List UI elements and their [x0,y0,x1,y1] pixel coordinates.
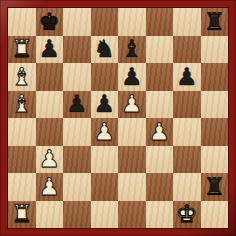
piece-black-knight[interactable]: ♞ [91,36,119,64]
square-c1[interactable] [63,201,91,229]
piece-white-rook[interactable]: ♜ [8,201,36,229]
piece-black-pawn[interactable]: ♟ [36,36,64,64]
square-h2[interactable]: ♜ [201,173,229,201]
square-d8[interactable] [91,8,119,36]
piece-black-pawn[interactable]: ♟ [91,91,119,119]
square-e8[interactable] [118,8,146,36]
square-h4[interactable] [201,118,229,146]
square-f2[interactable] [146,173,174,201]
square-c7[interactable] [63,36,91,64]
square-b1[interactable] [36,201,64,229]
square-e7[interactable]: ♝ [118,36,146,64]
square-g5[interactable] [173,91,201,119]
piece-black-pawn[interactable]: ♟ [118,63,146,91]
square-b8[interactable]: ♚ [36,8,64,36]
square-b4[interactable] [36,118,64,146]
square-d2[interactable] [91,173,119,201]
square-f5[interactable] [146,91,174,119]
piece-white-bishop[interactable]: ♝ [8,63,36,91]
piece-white-pawn[interactable]: ♟ [36,146,64,174]
square-f8[interactable] [146,8,174,36]
square-d6[interactable] [91,63,119,91]
board-frame: ♚♜♜♟♞♝♝♟♟♝♟♟♟♟♟♟♟♜♜♚ [0,0,236,236]
square-a5[interactable]: ♝ [8,91,36,119]
square-a4[interactable] [8,118,36,146]
square-b7[interactable]: ♟ [36,36,64,64]
square-b2[interactable]: ♟ [36,173,64,201]
square-g4[interactable] [173,118,201,146]
square-e5[interactable]: ♟ [118,91,146,119]
square-a7[interactable]: ♜ [8,36,36,64]
square-h7[interactable] [201,36,229,64]
square-e3[interactable] [118,146,146,174]
square-g1[interactable]: ♚ [173,201,201,229]
square-d1[interactable] [91,201,119,229]
square-d7[interactable]: ♞ [91,36,119,64]
square-c2[interactable] [63,173,91,201]
square-a8[interactable] [8,8,36,36]
piece-white-king[interactable]: ♚ [173,201,201,229]
piece-black-rook[interactable]: ♜ [201,8,229,36]
piece-white-pawn[interactable]: ♟ [36,173,64,201]
piece-black-bishop[interactable]: ♝ [118,36,146,64]
square-g6[interactable]: ♟ [173,63,201,91]
square-h5[interactable] [201,91,229,119]
piece-black-pawn[interactable]: ♟ [63,91,91,119]
piece-white-rook[interactable]: ♜ [8,36,36,64]
square-d3[interactable] [91,146,119,174]
chess-board: ♚♜♜♟♞♝♝♟♟♝♟♟♟♟♟♟♟♜♜♚ [8,8,228,228]
square-g3[interactable] [173,146,201,174]
piece-black-king[interactable]: ♚ [36,8,64,36]
square-b3[interactable]: ♟ [36,146,64,174]
square-e6[interactable]: ♟ [118,63,146,91]
square-b5[interactable] [36,91,64,119]
square-f1[interactable] [146,201,174,229]
square-f6[interactable] [146,63,174,91]
square-f4[interactable]: ♟ [146,118,174,146]
square-a6[interactable]: ♝ [8,63,36,91]
square-h3[interactable] [201,146,229,174]
piece-black-rook[interactable]: ♜ [201,173,229,201]
square-b6[interactable] [36,63,64,91]
square-c4[interactable] [63,118,91,146]
square-c3[interactable] [63,146,91,174]
square-a2[interactable] [8,173,36,201]
piece-black-pawn[interactable]: ♟ [173,63,201,91]
piece-white-bishop[interactable]: ♝ [8,91,36,119]
square-g8[interactable] [173,8,201,36]
square-e1[interactable] [118,201,146,229]
square-g7[interactable] [173,36,201,64]
square-d5[interactable]: ♟ [91,91,119,119]
square-d4[interactable]: ♟ [91,118,119,146]
square-c8[interactable] [63,8,91,36]
square-h6[interactable] [201,63,229,91]
piece-white-pawn[interactable]: ♟ [118,91,146,119]
square-e2[interactable] [118,173,146,201]
square-c6[interactable] [63,63,91,91]
square-c5[interactable]: ♟ [63,91,91,119]
square-f7[interactable] [146,36,174,64]
square-f3[interactable] [146,146,174,174]
square-a3[interactable] [8,146,36,174]
square-h8[interactable]: ♜ [201,8,229,36]
square-h1[interactable] [201,201,229,229]
square-a1[interactable]: ♜ [8,201,36,229]
square-e4[interactable] [118,118,146,146]
square-g2[interactable] [173,173,201,201]
piece-white-pawn[interactable]: ♟ [91,118,119,146]
piece-white-pawn[interactable]: ♟ [146,118,174,146]
